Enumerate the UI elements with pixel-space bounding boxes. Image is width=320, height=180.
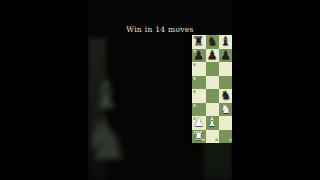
rank-label-3: 3 <box>193 104 196 108</box>
square-a1[interactable]: 1a♜ <box>192 130 206 144</box>
letterbox-bar-left <box>0 0 88 180</box>
square-a4[interactable]: 4 <box>192 89 206 103</box>
square-b8[interactable]: ♞ <box>206 35 220 49</box>
black-pawn-c7[interactable]: ♟ <box>219 49 232 63</box>
letterbox-bar-right <box>232 0 320 180</box>
puzzle-title: Win in 14 moves <box>88 25 232 34</box>
square-b5[interactable] <box>206 76 220 90</box>
file-label-b: b <box>215 138 218 142</box>
square-a7[interactable]: 7♟ <box>192 49 206 63</box>
square-b1[interactable]: b <box>206 130 220 144</box>
black-pawn-a7[interactable]: ♟ <box>192 49 206 63</box>
square-c4[interactable]: ♞ <box>219 89 232 103</box>
rank-label-6: 6 <box>193 63 196 67</box>
square-c1[interactable]: c <box>219 130 232 144</box>
square-b7[interactable]: ♟ <box>206 49 220 63</box>
square-b2[interactable]: ♝ <box>206 116 220 130</box>
square-c8[interactable]: ♝ <box>219 35 232 49</box>
square-c6[interactable] <box>219 62 232 76</box>
square-c5[interactable] <box>219 76 232 90</box>
blurred-knight-silhouette: ♞ <box>88 112 131 168</box>
screenshot-stage: ♝♞ 8♜♞♝♛♜♚7♟♟♟♟♟♟♟654♞♝♟3♞2♟♝♟♟♟1a♜bcde♛… <box>0 0 320 180</box>
square-b3[interactable] <box>206 103 220 117</box>
black-knight-b8[interactable]: ♞ <box>206 35 220 49</box>
white-bishop-b2[interactable]: ♝ <box>206 116 220 130</box>
rank-label-5: 5 <box>193 77 196 81</box>
square-a3[interactable]: 3 <box>192 103 206 117</box>
white-pawn-a2[interactable]: ♟ <box>192 116 206 130</box>
white-knight-c3[interactable]: ♞ <box>219 103 232 117</box>
square-a2[interactable]: 2♟ <box>192 116 206 130</box>
square-b6[interactable] <box>206 62 220 76</box>
black-bishop-c8[interactable]: ♝ <box>219 35 232 49</box>
chess-board: 8♜♞♝♛♜♚7♟♟♟♟♟♟♟654♞♝♟3♞2♟♝♟♟♟1a♜bcde♛f♜g… <box>192 35 232 143</box>
rank-label-4: 4 <box>193 90 196 94</box>
black-rook-a8[interactable]: ♜ <box>192 35 206 49</box>
square-c2[interactable] <box>219 116 232 130</box>
black-knight-c4[interactable]: ♞ <box>219 89 232 103</box>
black-pawn-b7[interactable]: ♟ <box>206 49 220 63</box>
square-c3[interactable]: ♞ <box>219 103 232 117</box>
square-a6[interactable]: 6 <box>192 62 206 76</box>
white-rook-a1[interactable]: ♜ <box>192 130 206 144</box>
square-c7[interactable]: ♟ <box>219 49 232 63</box>
square-a8[interactable]: 8♜ <box>192 35 206 49</box>
square-a5[interactable]: 5 <box>192 76 206 90</box>
square-b4[interactable] <box>206 89 220 103</box>
